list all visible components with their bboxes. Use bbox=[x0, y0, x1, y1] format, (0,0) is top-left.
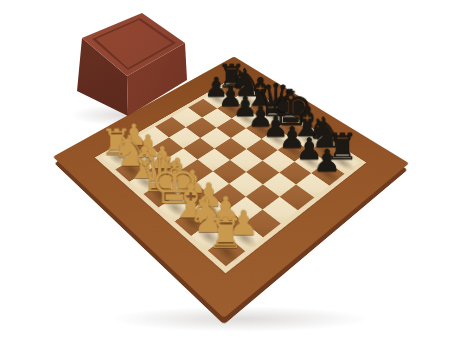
square-f6[interactable] bbox=[262, 150, 294, 173]
white-rook-glyph: ♜ bbox=[206, 213, 243, 255]
black-pawn-glyph: ♟ bbox=[313, 145, 341, 176]
chess-set-photo: ♜♞♝♛♚♝♞♜♟♟♟♟♟♟♟♟♟♟♟♟♟♟♟♟♜♞♝♛♚♝♞♜ bbox=[0, 0, 450, 338]
square-h1[interactable]: ♜ bbox=[208, 236, 245, 266]
storage-box bbox=[70, 8, 195, 123]
chessboard-scene: ♜♞♝♛♚♝♞♜♟♟♟♟♟♟♟♟♟♟♟♟♟♟♟♟♜♞♝♛♚♝♞♜ bbox=[0, 0, 450, 338]
